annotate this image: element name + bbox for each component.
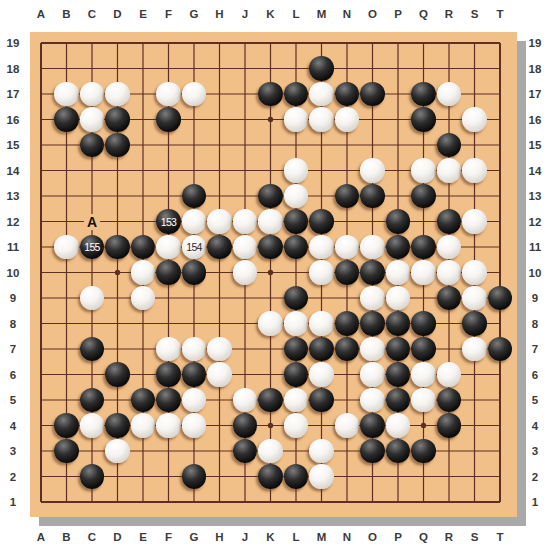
intersection-A2[interactable] <box>28 464 54 490</box>
intersection-N8[interactable] <box>334 311 360 337</box>
intersection-P19[interactable] <box>385 30 411 56</box>
intersection-S18[interactable] <box>462 56 488 82</box>
intersection-Q15[interactable] <box>411 132 437 158</box>
intersection-E11[interactable] <box>130 234 156 260</box>
intersection-A9[interactable] <box>28 285 54 311</box>
intersection-L6[interactable] <box>283 362 309 388</box>
intersection-S1[interactable] <box>462 489 488 515</box>
intersection-M2[interactable] <box>309 464 335 490</box>
intersection-A13[interactable] <box>28 183 54 209</box>
intersection-B15[interactable] <box>54 132 80 158</box>
intersection-T4[interactable] <box>487 413 513 439</box>
intersection-N1[interactable] <box>334 489 360 515</box>
intersection-C16[interactable] <box>79 107 105 133</box>
intersection-G18[interactable] <box>181 56 207 82</box>
intersection-B14[interactable] <box>54 158 80 184</box>
intersection-A5[interactable] <box>28 387 54 413</box>
intersection-H12[interactable] <box>207 209 233 235</box>
intersection-D18[interactable] <box>105 56 131 82</box>
intersection-S5[interactable] <box>462 387 488 413</box>
intersection-J10[interactable] <box>232 260 258 286</box>
intersection-F4[interactable] <box>156 413 182 439</box>
intersection-S8[interactable] <box>462 311 488 337</box>
intersection-M15[interactable] <box>309 132 335 158</box>
intersection-H9[interactable] <box>207 285 233 311</box>
intersection-A15[interactable] <box>28 132 54 158</box>
intersection-D14[interactable] <box>105 158 131 184</box>
intersection-J1[interactable] <box>232 489 258 515</box>
intersection-M12[interactable] <box>309 209 335 235</box>
intersection-G19[interactable] <box>181 30 207 56</box>
intersection-F16[interactable] <box>156 107 182 133</box>
intersection-L15[interactable] <box>283 132 309 158</box>
intersection-F2[interactable] <box>156 464 182 490</box>
intersection-N18[interactable] <box>334 56 360 82</box>
intersection-M7[interactable] <box>309 336 335 362</box>
intersection-R13[interactable] <box>436 183 462 209</box>
intersection-G7[interactable] <box>181 336 207 362</box>
intersection-A12[interactable] <box>28 209 54 235</box>
intersection-C11[interactable]: 155 <box>79 234 105 260</box>
intersection-N9[interactable] <box>334 285 360 311</box>
intersection-D5[interactable] <box>105 387 131 413</box>
intersection-P2[interactable] <box>385 464 411 490</box>
intersection-N11[interactable] <box>334 234 360 260</box>
intersection-T13[interactable] <box>487 183 513 209</box>
intersection-T11[interactable] <box>487 234 513 260</box>
intersection-L13[interactable] <box>283 183 309 209</box>
intersection-R10[interactable] <box>436 260 462 286</box>
intersection-O9[interactable] <box>360 285 386 311</box>
intersection-G1[interactable] <box>181 489 207 515</box>
intersection-M4[interactable] <box>309 413 335 439</box>
intersection-S14[interactable] <box>462 158 488 184</box>
intersection-J19[interactable] <box>232 30 258 56</box>
intersection-A14[interactable] <box>28 158 54 184</box>
intersection-Q3[interactable] <box>411 438 437 464</box>
intersection-D16[interactable] <box>105 107 131 133</box>
intersection-S7[interactable] <box>462 336 488 362</box>
intersection-M8[interactable] <box>309 311 335 337</box>
intersection-Q11[interactable] <box>411 234 437 260</box>
intersection-D4[interactable] <box>105 413 131 439</box>
intersection-T5[interactable] <box>487 387 513 413</box>
intersection-R9[interactable] <box>436 285 462 311</box>
intersection-P7[interactable] <box>385 336 411 362</box>
intersection-E10[interactable] <box>130 260 156 286</box>
intersection-P15[interactable] <box>385 132 411 158</box>
intersection-P13[interactable] <box>385 183 411 209</box>
intersection-M9[interactable] <box>309 285 335 311</box>
intersection-T10[interactable] <box>487 260 513 286</box>
intersection-P8[interactable] <box>385 311 411 337</box>
intersection-D13[interactable] <box>105 183 131 209</box>
intersection-B10[interactable] <box>54 260 80 286</box>
intersection-G12[interactable] <box>181 209 207 235</box>
intersection-B6[interactable] <box>54 362 80 388</box>
intersection-D2[interactable] <box>105 464 131 490</box>
intersection-J7[interactable] <box>232 336 258 362</box>
intersection-P9[interactable] <box>385 285 411 311</box>
intersection-G6[interactable] <box>181 362 207 388</box>
intersection-B2[interactable] <box>54 464 80 490</box>
intersection-R15[interactable] <box>436 132 462 158</box>
intersection-T7[interactable] <box>487 336 513 362</box>
intersection-S17[interactable] <box>462 81 488 107</box>
intersection-P18[interactable] <box>385 56 411 82</box>
intersection-K17[interactable] <box>258 81 284 107</box>
intersection-R12[interactable] <box>436 209 462 235</box>
intersection-A17[interactable] <box>28 81 54 107</box>
intersection-R2[interactable] <box>436 464 462 490</box>
intersection-J5[interactable] <box>232 387 258 413</box>
intersection-Q9[interactable] <box>411 285 437 311</box>
intersection-J9[interactable] <box>232 285 258 311</box>
intersection-S15[interactable] <box>462 132 488 158</box>
intersection-T8[interactable] <box>487 311 513 337</box>
intersection-C7[interactable] <box>79 336 105 362</box>
intersection-H11[interactable] <box>207 234 233 260</box>
intersection-C18[interactable] <box>79 56 105 82</box>
intersection-E13[interactable] <box>130 183 156 209</box>
intersection-P11[interactable] <box>385 234 411 260</box>
intersection-L4[interactable] <box>283 413 309 439</box>
intersection-C10[interactable] <box>79 260 105 286</box>
intersection-M14[interactable] <box>309 158 335 184</box>
intersection-H17[interactable] <box>207 81 233 107</box>
intersection-O12[interactable] <box>360 209 386 235</box>
intersection-S2[interactable] <box>462 464 488 490</box>
intersection-E16[interactable] <box>130 107 156 133</box>
intersection-Q18[interactable] <box>411 56 437 82</box>
intersection-F6[interactable] <box>156 362 182 388</box>
intersection-H16[interactable] <box>207 107 233 133</box>
intersection-N16[interactable] <box>334 107 360 133</box>
intersection-H3[interactable] <box>207 438 233 464</box>
intersection-E3[interactable] <box>130 438 156 464</box>
intersection-Q2[interactable] <box>411 464 437 490</box>
intersection-K5[interactable] <box>258 387 284 413</box>
intersection-B16[interactable] <box>54 107 80 133</box>
intersection-M17[interactable] <box>309 81 335 107</box>
intersection-A11[interactable] <box>28 234 54 260</box>
intersection-D9[interactable] <box>105 285 131 311</box>
intersection-G10[interactable] <box>181 260 207 286</box>
intersection-K16[interactable] <box>258 107 284 133</box>
intersection-D3[interactable] <box>105 438 131 464</box>
intersection-C14[interactable] <box>79 158 105 184</box>
intersection-Q5[interactable] <box>411 387 437 413</box>
intersection-G4[interactable] <box>181 413 207 439</box>
intersection-F9[interactable] <box>156 285 182 311</box>
intersection-E17[interactable] <box>130 81 156 107</box>
intersection-O10[interactable] <box>360 260 386 286</box>
intersection-R1[interactable] <box>436 489 462 515</box>
intersection-L8[interactable] <box>283 311 309 337</box>
intersection-Q10[interactable] <box>411 260 437 286</box>
intersection-K11[interactable] <box>258 234 284 260</box>
intersection-S9[interactable] <box>462 285 488 311</box>
intersection-K2[interactable] <box>258 464 284 490</box>
intersection-M19[interactable] <box>309 30 335 56</box>
intersection-N3[interactable] <box>334 438 360 464</box>
intersection-S6[interactable] <box>462 362 488 388</box>
intersection-S4[interactable] <box>462 413 488 439</box>
intersection-L14[interactable] <box>283 158 309 184</box>
intersection-H5[interactable] <box>207 387 233 413</box>
intersection-H14[interactable] <box>207 158 233 184</box>
intersection-K15[interactable] <box>258 132 284 158</box>
intersection-C9[interactable] <box>79 285 105 311</box>
intersection-L17[interactable] <box>283 81 309 107</box>
intersection-T14[interactable] <box>487 158 513 184</box>
intersection-K4[interactable] <box>258 413 284 439</box>
intersection-D1[interactable] <box>105 489 131 515</box>
intersection-N7[interactable] <box>334 336 360 362</box>
intersection-T18[interactable] <box>487 56 513 82</box>
intersection-J17[interactable] <box>232 81 258 107</box>
intersection-E4[interactable] <box>130 413 156 439</box>
intersection-L11[interactable] <box>283 234 309 260</box>
intersection-F15[interactable] <box>156 132 182 158</box>
intersection-K10[interactable] <box>258 260 284 286</box>
intersection-E1[interactable] <box>130 489 156 515</box>
intersection-M10[interactable] <box>309 260 335 286</box>
intersection-S13[interactable] <box>462 183 488 209</box>
intersection-O8[interactable] <box>360 311 386 337</box>
intersection-E2[interactable] <box>130 464 156 490</box>
intersection-N5[interactable] <box>334 387 360 413</box>
intersection-B19[interactable] <box>54 30 80 56</box>
intersection-O19[interactable] <box>360 30 386 56</box>
intersection-N6[interactable] <box>334 362 360 388</box>
intersection-J8[interactable] <box>232 311 258 337</box>
intersection-F14[interactable] <box>156 158 182 184</box>
intersection-E14[interactable] <box>130 158 156 184</box>
intersection-Q16[interactable] <box>411 107 437 133</box>
intersection-H19[interactable] <box>207 30 233 56</box>
intersection-T3[interactable] <box>487 438 513 464</box>
intersection-T9[interactable] <box>487 285 513 311</box>
intersection-H7[interactable] <box>207 336 233 362</box>
intersection-R17[interactable] <box>436 81 462 107</box>
intersection-T2[interactable] <box>487 464 513 490</box>
intersection-O4[interactable] <box>360 413 386 439</box>
intersection-E5[interactable] <box>130 387 156 413</box>
intersection-R14[interactable] <box>436 158 462 184</box>
intersection-A3[interactable] <box>28 438 54 464</box>
intersection-D10[interactable] <box>105 260 131 286</box>
intersection-O7[interactable] <box>360 336 386 362</box>
intersection-A16[interactable] <box>28 107 54 133</box>
intersection-Q1[interactable] <box>411 489 437 515</box>
intersection-D15[interactable] <box>105 132 131 158</box>
intersection-K6[interactable] <box>258 362 284 388</box>
intersection-H4[interactable] <box>207 413 233 439</box>
intersection-C6[interactable] <box>79 362 105 388</box>
intersection-K9[interactable] <box>258 285 284 311</box>
intersection-G5[interactable] <box>181 387 207 413</box>
intersection-G15[interactable] <box>181 132 207 158</box>
intersection-R7[interactable] <box>436 336 462 362</box>
intersection-L18[interactable] <box>283 56 309 82</box>
intersection-N19[interactable] <box>334 30 360 56</box>
intersection-E18[interactable] <box>130 56 156 82</box>
intersection-L2[interactable] <box>283 464 309 490</box>
intersection-K7[interactable] <box>258 336 284 362</box>
intersection-H2[interactable] <box>207 464 233 490</box>
intersection-F1[interactable] <box>156 489 182 515</box>
intersection-G17[interactable] <box>181 81 207 107</box>
intersection-F19[interactable] <box>156 30 182 56</box>
intersection-L16[interactable] <box>283 107 309 133</box>
intersection-C15[interactable] <box>79 132 105 158</box>
intersection-H15[interactable] <box>207 132 233 158</box>
intersection-M11[interactable] <box>309 234 335 260</box>
intersection-O11[interactable] <box>360 234 386 260</box>
intersection-O18[interactable] <box>360 56 386 82</box>
intersection-L9[interactable] <box>283 285 309 311</box>
intersection-F13[interactable] <box>156 183 182 209</box>
intersection-L12[interactable] <box>283 209 309 235</box>
intersection-N17[interactable] <box>334 81 360 107</box>
intersection-D6[interactable] <box>105 362 131 388</box>
intersection-K18[interactable] <box>258 56 284 82</box>
intersection-J12[interactable] <box>232 209 258 235</box>
intersection-T19[interactable] <box>487 30 513 56</box>
intersection-R5[interactable] <box>436 387 462 413</box>
intersection-P12[interactable] <box>385 209 411 235</box>
intersection-Q13[interactable] <box>411 183 437 209</box>
intersection-B7[interactable] <box>54 336 80 362</box>
intersection-P10[interactable] <box>385 260 411 286</box>
intersection-H18[interactable] <box>207 56 233 82</box>
intersection-C3[interactable] <box>79 438 105 464</box>
intersection-J14[interactable] <box>232 158 258 184</box>
intersection-G16[interactable] <box>181 107 207 133</box>
intersection-B3[interactable] <box>54 438 80 464</box>
intersection-P14[interactable] <box>385 158 411 184</box>
intersection-N4[interactable] <box>334 413 360 439</box>
intersection-J11[interactable] <box>232 234 258 260</box>
intersection-J13[interactable] <box>232 183 258 209</box>
intersection-M13[interactable] <box>309 183 335 209</box>
intersection-Q8[interactable] <box>411 311 437 337</box>
go-board[interactable]: A153155154 <box>30 32 517 517</box>
intersection-P6[interactable] <box>385 362 411 388</box>
intersection-F12[interactable]: 153 <box>156 209 182 235</box>
intersection-A8[interactable] <box>28 311 54 337</box>
intersection-M16[interactable] <box>309 107 335 133</box>
intersection-L1[interactable] <box>283 489 309 515</box>
intersection-R8[interactable] <box>436 311 462 337</box>
intersection-C5[interactable] <box>79 387 105 413</box>
intersection-K1[interactable] <box>258 489 284 515</box>
intersection-Q4[interactable] <box>411 413 437 439</box>
intersection-M18[interactable] <box>309 56 335 82</box>
intersection-Q17[interactable] <box>411 81 437 107</box>
intersection-Q6[interactable] <box>411 362 437 388</box>
intersection-G11[interactable]: 154 <box>181 234 207 260</box>
intersection-C13[interactable] <box>79 183 105 209</box>
intersection-P1[interactable] <box>385 489 411 515</box>
intersection-B5[interactable] <box>54 387 80 413</box>
intersection-B8[interactable] <box>54 311 80 337</box>
intersection-J6[interactable] <box>232 362 258 388</box>
intersection-A19[interactable] <box>28 30 54 56</box>
intersection-N13[interactable] <box>334 183 360 209</box>
intersection-G3[interactable] <box>181 438 207 464</box>
intersection-N2[interactable] <box>334 464 360 490</box>
intersection-K14[interactable] <box>258 158 284 184</box>
intersection-C8[interactable] <box>79 311 105 337</box>
intersection-N14[interactable] <box>334 158 360 184</box>
intersection-C17[interactable] <box>79 81 105 107</box>
intersection-D17[interactable] <box>105 81 131 107</box>
intersection-K12[interactable] <box>258 209 284 235</box>
intersection-G2[interactable] <box>181 464 207 490</box>
intersection-C1[interactable] <box>79 489 105 515</box>
intersection-H6[interactable] <box>207 362 233 388</box>
intersection-D7[interactable] <box>105 336 131 362</box>
intersection-A1[interactable] <box>28 489 54 515</box>
intersection-D19[interactable] <box>105 30 131 56</box>
intersection-B17[interactable] <box>54 81 80 107</box>
intersection-F3[interactable] <box>156 438 182 464</box>
intersection-E15[interactable] <box>130 132 156 158</box>
intersection-E6[interactable] <box>130 362 156 388</box>
intersection-H10[interactable] <box>207 260 233 286</box>
intersection-L3[interactable] <box>283 438 309 464</box>
intersection-N15[interactable] <box>334 132 360 158</box>
intersection-L10[interactable] <box>283 260 309 286</box>
intersection-O17[interactable] <box>360 81 386 107</box>
intersection-R11[interactable] <box>436 234 462 260</box>
intersection-S12[interactable] <box>462 209 488 235</box>
intersection-J18[interactable] <box>232 56 258 82</box>
intersection-F11[interactable] <box>156 234 182 260</box>
intersection-B12[interactable] <box>54 209 80 235</box>
intersection-G9[interactable] <box>181 285 207 311</box>
intersection-B11[interactable] <box>54 234 80 260</box>
intersection-L5[interactable] <box>283 387 309 413</box>
intersection-C2[interactable] <box>79 464 105 490</box>
intersection-B18[interactable] <box>54 56 80 82</box>
intersection-O14[interactable] <box>360 158 386 184</box>
intersection-B4[interactable] <box>54 413 80 439</box>
intersection-K8[interactable] <box>258 311 284 337</box>
intersection-R16[interactable] <box>436 107 462 133</box>
intersection-L19[interactable] <box>283 30 309 56</box>
intersection-J16[interactable] <box>232 107 258 133</box>
intersection-A6[interactable] <box>28 362 54 388</box>
intersection-R3[interactable] <box>436 438 462 464</box>
intersection-E19[interactable] <box>130 30 156 56</box>
intersection-T15[interactable] <box>487 132 513 158</box>
intersection-T6[interactable] <box>487 362 513 388</box>
intersection-A7[interactable] <box>28 336 54 362</box>
intersection-A4[interactable] <box>28 413 54 439</box>
intersection-S19[interactable] <box>462 30 488 56</box>
intersection-K19[interactable] <box>258 30 284 56</box>
intersection-A18[interactable] <box>28 56 54 82</box>
intersection-J4[interactable] <box>232 413 258 439</box>
intersection-J15[interactable] <box>232 132 258 158</box>
intersection-E8[interactable] <box>130 311 156 337</box>
intersection-Q19[interactable] <box>411 30 437 56</box>
intersection-J3[interactable] <box>232 438 258 464</box>
intersection-F5[interactable] <box>156 387 182 413</box>
